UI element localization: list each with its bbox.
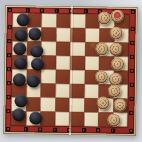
border-ornament [8,8,12,12]
white-piece-g4[interactable] [95,70,108,83]
white-piece-h4[interactable] [109,72,122,85]
border-ornament [111,129,115,133]
square-d4[interactable] [55,70,70,84]
white-piece-h3[interactable] [108,84,121,97]
square-e4[interactable] [70,70,85,84]
red-paint-mark [114,12,121,19]
white-piece-h5[interactable] [111,57,124,70]
border-ornament [131,27,135,31]
white-piece-g6[interactable] [95,42,108,55]
black-piece-b7[interactable] [29,27,42,40]
black-piece-a4[interactable] [13,73,26,86]
border-ornament [130,41,134,45]
square-e3[interactable] [70,84,85,98]
black-piece-a1[interactable] [12,108,25,121]
white-piece-h8[interactable] [111,9,124,22]
square-c3[interactable] [41,84,56,98]
border-ornament [131,10,135,14]
border-ornament [96,128,100,132]
border-ornament [7,67,11,71]
black-piece-a8[interactable] [16,13,29,26]
square-f1[interactable] [84,112,99,126]
square-d3[interactable] [55,84,70,98]
square-d5[interactable] [56,56,71,70]
border-ornament [130,55,134,59]
black-piece-a2[interactable] [14,94,27,107]
square-d2[interactable] [55,98,70,112]
square-c7[interactable] [41,28,56,42]
border-ornament [54,9,58,13]
border-ornament [7,81,11,85]
square-d8[interactable] [56,14,71,28]
black-piece-a5[interactable] [14,56,27,69]
border-ornament [6,109,10,113]
border-ornament [7,95,11,99]
black-piece-b6[interactable] [30,44,43,57]
square-e7[interactable] [70,28,85,42]
square-e2[interactable] [69,98,84,112]
border-ornament [83,9,87,13]
square-e8[interactable] [71,14,86,28]
square-e6[interactable] [70,42,85,56]
border-ornament [25,8,29,12]
square-d7[interactable] [56,28,71,42]
white-piece-h1[interactable] [107,113,120,126]
square-e5[interactable] [70,56,85,70]
border-ornament [53,128,57,132]
border-ornament [129,129,133,133]
black-piece-a6[interactable] [13,42,26,55]
square-c2[interactable] [40,98,55,112]
border-ornament [38,128,42,132]
square-d1[interactable] [55,112,70,126]
table-background [0,0,142,142]
white-piece-h6[interactable] [109,42,122,55]
border-ornament [130,97,134,101]
white-piece-g8[interactable] [97,11,110,24]
square-c8[interactable] [42,14,57,28]
border-ornament [24,127,28,131]
square-f3[interactable] [84,84,99,98]
black-piece-b5[interactable] [31,57,44,70]
border-ornament [40,9,44,13]
white-piece-g2[interactable] [96,96,109,109]
square-d6[interactable] [56,42,71,56]
square-f7[interactable] [85,28,100,42]
border-ornament [8,25,12,29]
square-b2[interactable] [26,97,41,111]
white-piece-h2[interactable] [114,98,127,111]
black-piece-b4[interactable] [27,74,40,87]
border-ornament [130,69,134,73]
border-ornament [129,111,133,115]
border-ornament [130,83,134,87]
white-piece-h7[interactable] [110,26,123,39]
black-piece-a7[interactable] [14,28,27,41]
border-ornament [7,53,11,57]
square-c1[interactable] [40,112,55,126]
black-piece-b1[interactable] [29,111,42,124]
square-c4[interactable] [41,70,56,84]
border-ornament [6,127,10,131]
border-ornament [7,39,11,43]
checkers-board [3,5,138,136]
square-c6[interactable] [41,42,56,56]
border-ornament [82,128,86,132]
square-e1[interactable] [69,112,84,126]
square-f5[interactable] [85,56,100,70]
